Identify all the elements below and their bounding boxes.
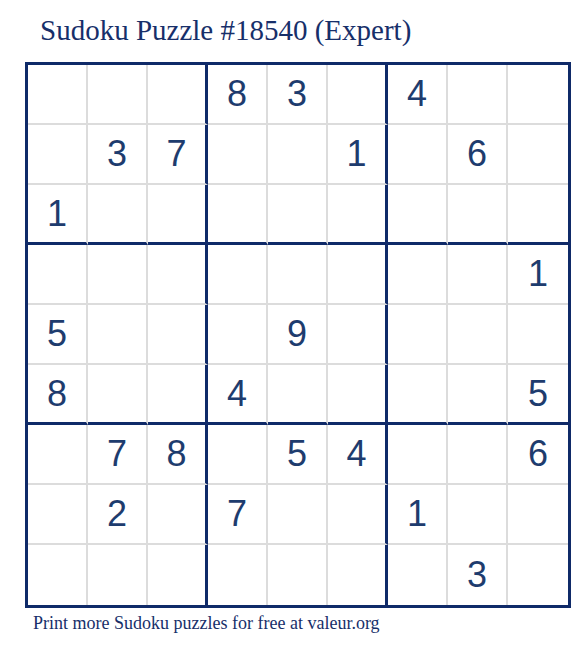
cell-r7c4[interactable] (208, 425, 268, 485)
cell-r5c7[interactable] (388, 305, 448, 365)
cell-r8c2[interactable]: 2 (88, 485, 148, 545)
cell-r5c4[interactable] (208, 305, 268, 365)
cell-r8c9[interactable] (508, 485, 568, 545)
cell-r5c9[interactable] (508, 305, 568, 365)
cell-r5c8[interactable] (448, 305, 508, 365)
cell-r7c2[interactable]: 7 (88, 425, 148, 485)
cell-r6c6[interactable] (328, 365, 388, 425)
cell-r4c7[interactable] (388, 245, 448, 305)
cell-r4c5[interactable] (268, 245, 328, 305)
sudoku-board: 83437161159845785462713 (25, 62, 571, 608)
cell-r6c5[interactable] (268, 365, 328, 425)
cell-r2c5[interactable] (268, 125, 328, 185)
cell-r7c1[interactable] (28, 425, 88, 485)
cell-r9c8[interactable]: 3 (448, 545, 508, 605)
cell-r1c3[interactable] (148, 65, 208, 125)
cell-r1c7[interactable]: 4 (388, 65, 448, 125)
cell-r7c3[interactable]: 8 (148, 425, 208, 485)
cell-r3c3[interactable] (148, 185, 208, 245)
cell-r7c7[interactable] (388, 425, 448, 485)
cell-r4c2[interactable] (88, 245, 148, 305)
cell-r9c5[interactable] (268, 545, 328, 605)
cell-r8c1[interactable] (28, 485, 88, 545)
cell-r6c2[interactable] (88, 365, 148, 425)
cell-r6c1[interactable]: 8 (28, 365, 88, 425)
cell-r4c6[interactable] (328, 245, 388, 305)
cell-r1c9[interactable] (508, 65, 568, 125)
cell-r3c7[interactable] (388, 185, 448, 245)
cell-r5c1[interactable]: 5 (28, 305, 88, 365)
cell-r1c6[interactable] (328, 65, 388, 125)
cell-r4c3[interactable] (148, 245, 208, 305)
cell-r5c5[interactable]: 9 (268, 305, 328, 365)
cell-r8c8[interactable] (448, 485, 508, 545)
cell-r5c2[interactable] (88, 305, 148, 365)
cell-r9c6[interactable] (328, 545, 388, 605)
cell-r2c1[interactable] (28, 125, 88, 185)
cell-r7c8[interactable] (448, 425, 508, 485)
cell-r4c8[interactable] (448, 245, 508, 305)
cell-r8c7[interactable]: 1 (388, 485, 448, 545)
cell-r6c3[interactable] (148, 365, 208, 425)
cell-r3c4[interactable] (208, 185, 268, 245)
cell-r2c9[interactable] (508, 125, 568, 185)
cell-r1c8[interactable] (448, 65, 508, 125)
cell-r2c8[interactable]: 6 (448, 125, 508, 185)
cell-r2c3[interactable]: 7 (148, 125, 208, 185)
cell-r3c2[interactable] (88, 185, 148, 245)
cell-r7c6[interactable]: 4 (328, 425, 388, 485)
cell-r9c7[interactable] (388, 545, 448, 605)
cell-r4c1[interactable] (28, 245, 88, 305)
cell-r4c9[interactable]: 1 (508, 245, 568, 305)
cell-r8c6[interactable] (328, 485, 388, 545)
cell-r7c9[interactable]: 6 (508, 425, 568, 485)
cell-r1c4[interactable]: 8 (208, 65, 268, 125)
cell-r2c4[interactable] (208, 125, 268, 185)
cell-r3c1[interactable]: 1 (28, 185, 88, 245)
cell-r5c6[interactable] (328, 305, 388, 365)
cell-r5c3[interactable] (148, 305, 208, 365)
cell-r6c8[interactable] (448, 365, 508, 425)
cell-r9c9[interactable] (508, 545, 568, 605)
cell-r9c4[interactable] (208, 545, 268, 605)
cell-r2c2[interactable]: 3 (88, 125, 148, 185)
cell-r1c1[interactable] (28, 65, 88, 125)
cell-r3c5[interactable] (268, 185, 328, 245)
cell-r8c5[interactable] (268, 485, 328, 545)
cell-r1c5[interactable]: 3 (268, 65, 328, 125)
cell-r9c1[interactable] (28, 545, 88, 605)
cell-r7c5[interactable]: 5 (268, 425, 328, 485)
cell-r3c8[interactable] (448, 185, 508, 245)
cell-r8c4[interactable]: 7 (208, 485, 268, 545)
cell-r1c2[interactable] (88, 65, 148, 125)
cell-r9c2[interactable] (88, 545, 148, 605)
cell-r3c6[interactable] (328, 185, 388, 245)
cell-r2c6[interactable]: 1 (328, 125, 388, 185)
cell-r9c3[interactable] (148, 545, 208, 605)
cell-r8c3[interactable] (148, 485, 208, 545)
footer-text: Print more Sudoku puzzles for free at va… (33, 613, 380, 634)
cell-r3c9[interactable] (508, 185, 568, 245)
cell-r6c7[interactable] (388, 365, 448, 425)
cell-r2c7[interactable] (388, 125, 448, 185)
page-title: Sudoku Puzzle #18540 (Expert) (40, 14, 411, 47)
cell-r4c4[interactable] (208, 245, 268, 305)
cell-r6c9[interactable]: 5 (508, 365, 568, 425)
cell-r6c4[interactable]: 4 (208, 365, 268, 425)
